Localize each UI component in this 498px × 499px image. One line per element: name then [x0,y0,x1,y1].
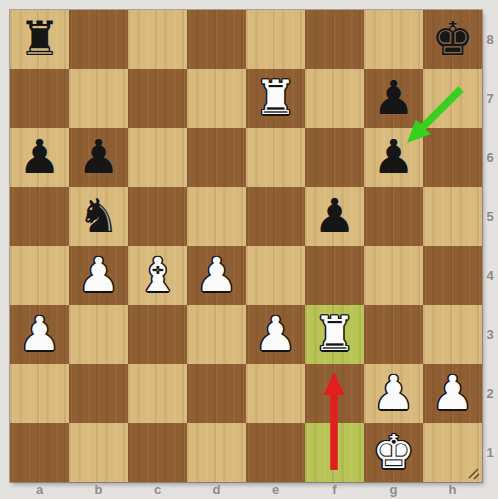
square-e4[interactable] [246,246,305,305]
square-a6[interactable]: ♟ [10,128,69,187]
square-e8[interactable] [246,10,305,69]
square-c6[interactable] [128,128,187,187]
square-f2[interactable] [305,364,364,423]
square-a3[interactable]: ♟ [10,305,69,364]
square-a5[interactable] [10,187,69,246]
square-g5[interactable] [364,187,423,246]
white-rook[interactable]: ♜ [254,68,296,127]
file-label-d: d [187,482,246,499]
file-labels: abcdefgh [10,482,482,499]
square-g8[interactable] [364,10,423,69]
square-f5[interactable]: ♟ [305,187,364,246]
square-h6[interactable] [423,128,482,187]
square-b1[interactable] [69,423,128,482]
square-f3[interactable]: ♜ [305,305,364,364]
white-pawn[interactable]: ♟ [372,363,414,422]
square-d8[interactable] [187,10,246,69]
square-d7[interactable] [187,69,246,128]
square-h3[interactable] [423,305,482,364]
square-h4[interactable] [423,246,482,305]
square-h5[interactable] [423,187,482,246]
square-g4[interactable] [364,246,423,305]
black-pawn[interactable]: ♟ [77,127,119,186]
square-h7[interactable] [423,69,482,128]
square-c2[interactable] [128,364,187,423]
white-pawn[interactable]: ♟ [77,245,119,304]
square-g2[interactable]: ♟ [364,364,423,423]
square-a8[interactable]: ♜ [10,10,69,69]
square-a4[interactable] [10,246,69,305]
black-rook[interactable]: ♜ [18,9,60,68]
rank-label-1: 1 [482,423,498,482]
file-label-b: b [69,482,128,499]
square-a2[interactable] [10,364,69,423]
file-label-a: a [10,482,69,499]
black-pawn[interactable]: ♟ [372,127,414,186]
square-c5[interactable] [128,187,187,246]
square-f6[interactable] [305,128,364,187]
square-g7[interactable]: ♟ [364,69,423,128]
black-pawn[interactable]: ♟ [18,127,60,186]
square-c1[interactable] [128,423,187,482]
file-label-g: g [364,482,423,499]
file-label-c: c [128,482,187,499]
black-pawn[interactable]: ♟ [313,186,355,245]
square-b4[interactable]: ♟ [69,246,128,305]
board: ♜♚♜♟♟♟♟♞♟♟♝♟♟♟♜♟♟♚ [10,10,482,482]
square-a1[interactable] [10,423,69,482]
square-a7[interactable] [10,69,69,128]
square-b7[interactable] [69,69,128,128]
file-label-f: f [305,482,364,499]
square-c8[interactable] [128,10,187,69]
white-king[interactable]: ♚ [372,422,414,481]
square-e5[interactable] [246,187,305,246]
square-f1[interactable] [305,423,364,482]
square-g6[interactable]: ♟ [364,128,423,187]
black-king[interactable]: ♚ [431,9,473,68]
square-e1[interactable] [246,423,305,482]
rank-label-6: 6 [482,128,498,187]
square-b5[interactable]: ♞ [69,187,128,246]
square-c4[interactable]: ♝ [128,246,187,305]
rank-label-7: 7 [482,69,498,128]
square-d3[interactable] [187,305,246,364]
white-rook[interactable]: ♜ [313,304,355,363]
square-b2[interactable] [69,364,128,423]
file-label-h: h [423,482,482,499]
rank-label-5: 5 [482,187,498,246]
square-b8[interactable] [69,10,128,69]
square-f4[interactable] [305,246,364,305]
white-pawn[interactable]: ♟ [254,304,296,363]
square-e7[interactable]: ♜ [246,69,305,128]
black-knight[interactable]: ♞ [77,186,119,245]
square-h2[interactable]: ♟ [423,364,482,423]
square-g3[interactable] [364,305,423,364]
square-e6[interactable] [246,128,305,187]
chess-board-panel: ♜♚♜♟♟♟♟♞♟♟♝♟♟♟♜♟♟♚ abcdefgh 87654321 [0,0,498,499]
square-e2[interactable] [246,364,305,423]
square-b3[interactable] [69,305,128,364]
resize-handle-icon[interactable] [466,466,480,480]
square-g1[interactable]: ♚ [364,423,423,482]
white-pawn[interactable]: ♟ [18,304,60,363]
white-bishop[interactable]: ♝ [136,245,178,304]
rank-labels: 87654321 [482,10,498,482]
square-d1[interactable] [187,423,246,482]
rank-label-4: 4 [482,246,498,305]
square-f8[interactable] [305,10,364,69]
square-d4[interactable]: ♟ [187,246,246,305]
square-f7[interactable] [305,69,364,128]
square-c7[interactable] [128,69,187,128]
square-c3[interactable] [128,305,187,364]
file-label-e: e [246,482,305,499]
square-h8[interactable]: ♚ [423,10,482,69]
rank-label-3: 3 [482,305,498,364]
square-d2[interactable] [187,364,246,423]
black-pawn[interactable]: ♟ [372,68,414,127]
white-pawn[interactable]: ♟ [431,363,473,422]
square-b6[interactable]: ♟ [69,128,128,187]
white-pawn[interactable]: ♟ [195,245,237,304]
rank-label-2: 2 [482,364,498,423]
square-d5[interactable] [187,187,246,246]
rank-label-8: 8 [482,10,498,69]
square-e3[interactable]: ♟ [246,305,305,364]
square-d6[interactable] [187,128,246,187]
